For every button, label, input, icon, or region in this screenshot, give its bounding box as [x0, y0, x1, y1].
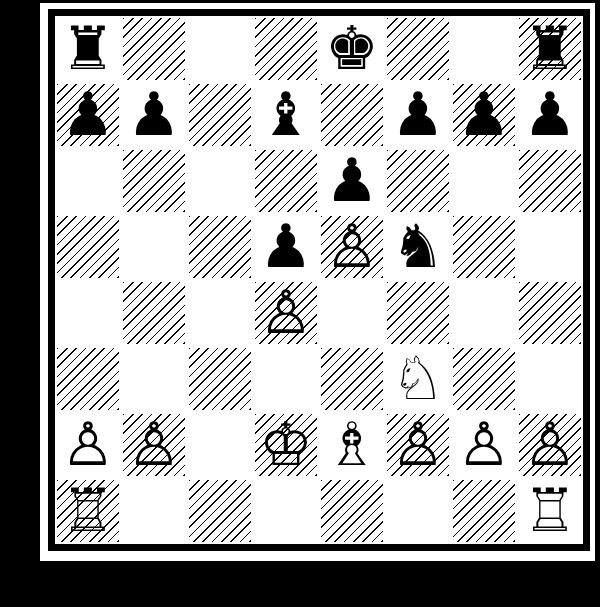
square-h6[interactable]	[517, 148, 583, 214]
piece-white-bishop: ♗	[325, 412, 379, 477]
square-a4[interactable]	[55, 280, 121, 346]
square-e1[interactable]	[319, 478, 385, 544]
square-e2[interactable]: ♗	[319, 412, 385, 478]
square-g5[interactable]	[451, 214, 517, 280]
square-e6[interactable]: ♟	[319, 148, 385, 214]
square-e5[interactable]: ♙	[319, 214, 385, 280]
piece-white-knight: ♘	[391, 346, 445, 411]
square-c5[interactable]	[187, 214, 253, 280]
piece-white-pawn: ♙	[127, 412, 181, 477]
square-a6[interactable]	[55, 148, 121, 214]
square-c7[interactable]	[187, 82, 253, 148]
square-g1[interactable]	[451, 478, 517, 544]
square-h5[interactable]	[517, 214, 583, 280]
square-b8[interactable]	[121, 16, 187, 82]
diagram-paper: ♜♚♜♟♟♝♟♟♟♟♟♙♞♙♘♙♙♔♗♙♙♙♖♖	[40, 3, 595, 561]
piece-white-pawn: ♙	[523, 412, 577, 477]
piece-white-pawn: ♙	[457, 412, 511, 477]
square-d1[interactable]	[253, 478, 319, 544]
square-g2[interactable]: ♙	[451, 412, 517, 478]
piece-white-rook: ♖	[523, 478, 577, 543]
square-f5[interactable]: ♞	[385, 214, 451, 280]
square-a8[interactable]: ♜	[55, 16, 121, 82]
piece-black-king: ♚	[325, 16, 379, 81]
square-b3[interactable]	[121, 346, 187, 412]
square-f1[interactable]	[385, 478, 451, 544]
square-c2[interactable]	[187, 412, 253, 478]
piece-white-pawn: ♙	[259, 280, 313, 345]
square-d2[interactable]: ♔	[253, 412, 319, 478]
square-f3[interactable]: ♘	[385, 346, 451, 412]
square-d7[interactable]: ♝	[253, 82, 319, 148]
square-b1[interactable]	[121, 478, 187, 544]
square-d3[interactable]	[253, 346, 319, 412]
piece-white-rook: ♖	[61, 478, 115, 543]
square-f6[interactable]	[385, 148, 451, 214]
piece-white-pawn: ♙	[61, 412, 115, 477]
square-h3[interactable]	[517, 346, 583, 412]
square-g4[interactable]	[451, 280, 517, 346]
square-b4[interactable]	[121, 280, 187, 346]
square-e3[interactable]	[319, 346, 385, 412]
square-c8[interactable]	[187, 16, 253, 82]
square-g7[interactable]: ♟	[451, 82, 517, 148]
square-a1[interactable]: ♖	[55, 478, 121, 544]
piece-white-king: ♔	[259, 412, 313, 477]
piece-black-rook: ♜	[61, 16, 115, 81]
piece-black-pawn: ♟	[391, 82, 445, 147]
chess-board: ♜♚♜♟♟♝♟♟♟♟♟♙♞♙♘♙♙♔♗♙♙♙♖♖	[55, 16, 583, 544]
square-e7[interactable]	[319, 82, 385, 148]
piece-black-pawn: ♟	[523, 82, 577, 147]
board-frame: ♜♚♜♟♟♝♟♟♟♟♟♙♞♙♘♙♙♔♗♙♙♙♖♖	[48, 9, 590, 551]
square-a2[interactable]: ♙	[55, 412, 121, 478]
square-b7[interactable]: ♟	[121, 82, 187, 148]
piece-black-pawn: ♟	[127, 82, 181, 147]
piece-black-rook: ♜	[523, 16, 577, 81]
square-h2[interactable]: ♙	[517, 412, 583, 478]
square-c1[interactable]	[187, 478, 253, 544]
square-d6[interactable]	[253, 148, 319, 214]
square-g8[interactable]	[451, 16, 517, 82]
diagram-background: ♜♚♜♟♟♝♟♟♟♟♟♙♞♙♘♙♙♔♗♙♙♙♖♖	[0, 0, 600, 607]
square-a5[interactable]	[55, 214, 121, 280]
square-d5[interactable]: ♟	[253, 214, 319, 280]
piece-white-pawn: ♙	[325, 214, 379, 279]
square-a7[interactable]: ♟	[55, 82, 121, 148]
square-b6[interactable]	[121, 148, 187, 214]
square-c3[interactable]	[187, 346, 253, 412]
square-a3[interactable]	[55, 346, 121, 412]
square-b5[interactable]	[121, 214, 187, 280]
piece-black-pawn: ♟	[457, 82, 511, 147]
piece-black-pawn: ♟	[325, 148, 379, 213]
square-d4[interactable]: ♙	[253, 280, 319, 346]
square-d8[interactable]	[253, 16, 319, 82]
square-f2[interactable]: ♙	[385, 412, 451, 478]
square-h8[interactable]: ♜	[517, 16, 583, 82]
square-e8[interactable]: ♚	[319, 16, 385, 82]
square-c4[interactable]	[187, 280, 253, 346]
square-h4[interactable]	[517, 280, 583, 346]
square-c6[interactable]	[187, 148, 253, 214]
piece-black-knight: ♞	[391, 214, 445, 279]
square-h1[interactable]: ♖	[517, 478, 583, 544]
piece-black-bishop: ♝	[259, 82, 313, 147]
piece-black-pawn: ♟	[259, 214, 313, 279]
piece-white-pawn: ♙	[391, 412, 445, 477]
square-h7[interactable]: ♟	[517, 82, 583, 148]
piece-black-pawn: ♟	[61, 82, 115, 147]
square-g6[interactable]	[451, 148, 517, 214]
square-f8[interactable]	[385, 16, 451, 82]
square-f7[interactable]: ♟	[385, 82, 451, 148]
square-e4[interactable]	[319, 280, 385, 346]
square-f4[interactable]	[385, 280, 451, 346]
square-b2[interactable]: ♙	[121, 412, 187, 478]
square-g3[interactable]	[451, 346, 517, 412]
